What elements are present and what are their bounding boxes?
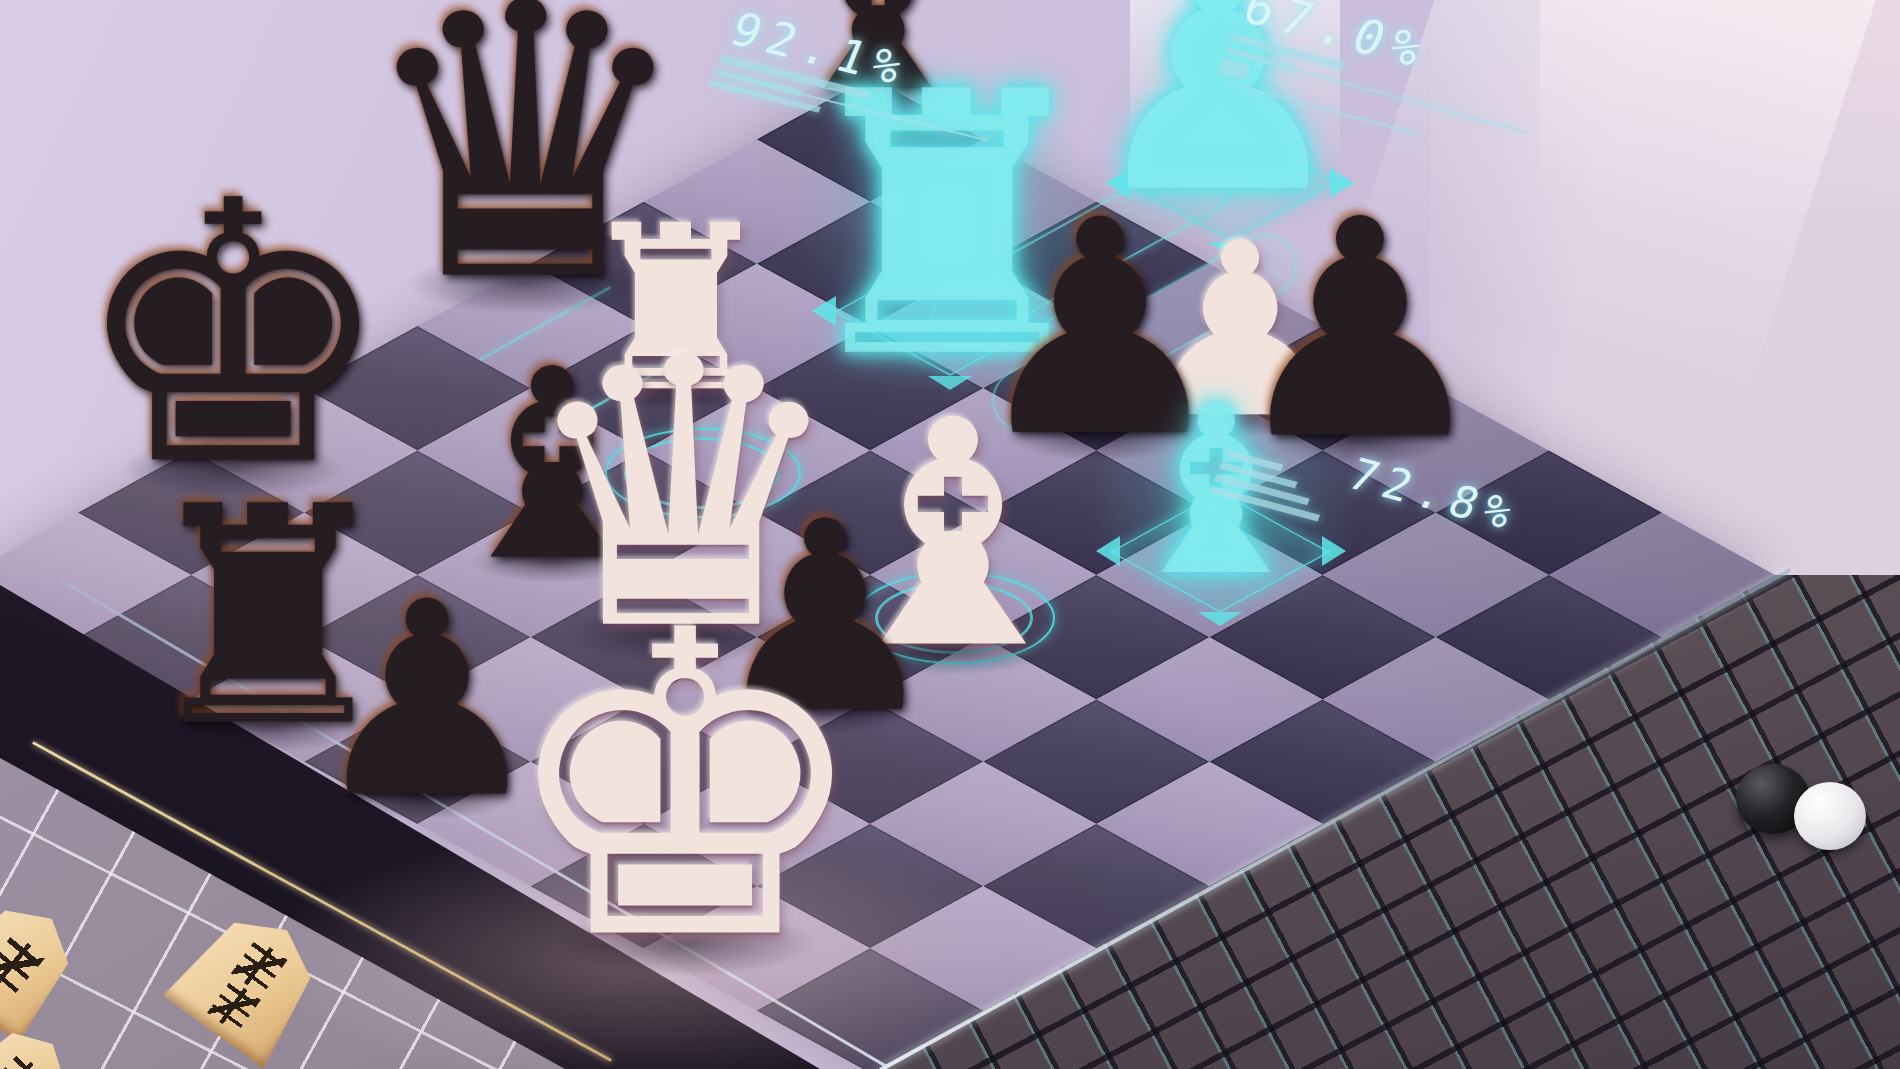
- white-king[interactable]: ♚: [497, 577, 874, 997]
- scene: ♝♟♛♜♜♟♟♟♚♝♝♛♝♟♜♟♚ 92.1% 67.0% 72.8%: [0, 0, 1900, 1069]
- pieces-layer: ♝♟♛♜♜♟♟♟♚♝♝♛♝♟♜♟♚: [0, 0, 1900, 1069]
